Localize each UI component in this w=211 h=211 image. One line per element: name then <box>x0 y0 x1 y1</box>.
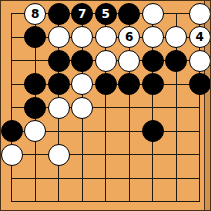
black-stone <box>142 73 164 95</box>
intersection-r4c6[interactable] <box>118 73 142 97</box>
intersection-r3c1[interactable] <box>0 49 24 73</box>
intersection-r3c2[interactable] <box>24 49 48 73</box>
intersection-r5c4[interactable] <box>71 96 95 120</box>
intersection-r2c2[interactable] <box>24 26 48 50</box>
black-stone <box>95 73 117 95</box>
intersection-r9c8[interactable] <box>165 190 189 211</box>
intersection-r4c8[interactable] <box>165 73 189 97</box>
black-stone-move-5: 5 <box>95 3 117 25</box>
white-stone <box>71 97 93 119</box>
black-stone <box>142 50 164 72</box>
intersection-r2c6[interactable]: 6 <box>118 26 142 50</box>
move-number-label: 6 <box>125 31 133 43</box>
intersection-r8c7[interactable] <box>141 167 165 191</box>
white-stone <box>142 26 164 48</box>
intersection-r4c3[interactable] <box>47 73 71 97</box>
intersection-r9c5[interactable] <box>94 190 118 211</box>
move-number-label: 4 <box>196 31 204 43</box>
white-stone <box>142 3 164 25</box>
intersection-r4c5[interactable] <box>94 73 118 97</box>
black-stone <box>165 50 187 72</box>
intersection-r2c4[interactable] <box>71 26 95 50</box>
intersection-r5c6[interactable] <box>118 96 142 120</box>
intersection-r3c8[interactable] <box>165 49 189 73</box>
white-stone <box>165 26 187 48</box>
intersection-r6c6[interactable] <box>118 120 142 144</box>
black-stone <box>24 97 46 119</box>
intersection-r4c1[interactable] <box>0 73 24 97</box>
intersection-r1c2[interactable]: 8 <box>24 2 48 26</box>
go-board: 87564 <box>0 0 211 211</box>
intersection-r7c3[interactable] <box>47 143 71 167</box>
intersection-r1c3[interactable] <box>47 2 71 26</box>
intersection-r1c8[interactable] <box>165 2 189 26</box>
intersection-r7c7[interactable] <box>141 143 165 167</box>
black-stone <box>48 3 70 25</box>
intersection-r8c6[interactable] <box>118 167 142 191</box>
intersection-r7c9[interactable] <box>188 143 211 167</box>
intersection-r7c8[interactable] <box>165 143 189 167</box>
white-stone <box>95 50 117 72</box>
intersection-r3c9[interactable] <box>188 49 211 73</box>
intersection-r6c1[interactable] <box>0 120 24 144</box>
intersection-r8c2[interactable] <box>24 167 48 191</box>
black-stone <box>24 73 46 95</box>
intersection-r6c3[interactable] <box>47 120 71 144</box>
intersection-r3c5[interactable] <box>94 49 118 73</box>
intersection-r9c9[interactable] <box>188 190 211 211</box>
intersection-r9c7[interactable] <box>141 190 165 211</box>
white-stone <box>48 97 70 119</box>
intersection-r7c6[interactable] <box>118 143 142 167</box>
intersection-r9c3[interactable] <box>47 190 71 211</box>
intersection-r8c4[interactable] <box>71 167 95 191</box>
black-stone <box>189 73 211 95</box>
intersection-r4c2[interactable] <box>24 73 48 97</box>
intersection-r7c1[interactable] <box>0 143 24 167</box>
intersection-r6c7[interactable] <box>141 120 165 144</box>
black-stone <box>118 3 140 25</box>
intersection-r6c5[interactable] <box>94 120 118 144</box>
intersection-r8c8[interactable] <box>165 167 189 191</box>
move-number-label: 8 <box>31 8 39 20</box>
intersection-r4c4[interactable] <box>71 73 95 97</box>
intersection-r5c7[interactable] <box>141 96 165 120</box>
intersection-r3c7[interactable] <box>141 49 165 73</box>
intersection-r6c8[interactable] <box>165 120 189 144</box>
white-stone <box>71 73 93 95</box>
intersection-r6c2[interactable] <box>24 120 48 144</box>
intersection-r4c9[interactable] <box>188 73 211 97</box>
intersection-r7c5[interactable] <box>94 143 118 167</box>
intersection-r1c4[interactable]: 7 <box>71 2 95 26</box>
intersection-r5c2[interactable] <box>24 96 48 120</box>
intersection-r2c9[interactable]: 4 <box>188 26 211 50</box>
intersection-r1c1[interactable] <box>0 2 24 26</box>
white-stone <box>1 144 23 166</box>
intersection-r2c8[interactable] <box>165 26 189 50</box>
white-stone <box>189 3 211 25</box>
white-stone <box>24 120 46 142</box>
intersection-r2c3[interactable] <box>47 26 71 50</box>
intersection-r2c5[interactable] <box>94 26 118 50</box>
white-stone <box>95 26 117 48</box>
intersection-r9c2[interactable] <box>24 190 48 211</box>
intersection-r5c9[interactable] <box>188 96 211 120</box>
white-stone-move-4: 4 <box>189 26 211 48</box>
intersection-r8c3[interactable] <box>47 167 71 191</box>
intersection-r7c2[interactable] <box>24 143 48 167</box>
intersection-r8c1[interactable] <box>0 167 24 191</box>
black-stone <box>1 120 23 142</box>
intersection-r9c1[interactable] <box>0 190 24 211</box>
intersection-r1c7[interactable] <box>141 2 165 26</box>
black-stone-move-7: 7 <box>71 3 93 25</box>
black-stone <box>118 73 140 95</box>
intersection-r5c5[interactable] <box>94 96 118 120</box>
intersection-r3c3[interactable] <box>47 49 71 73</box>
intersection-r2c7[interactable] <box>141 26 165 50</box>
white-stone-move-8: 8 <box>24 3 46 25</box>
intersection-r9c4[interactable] <box>71 190 95 211</box>
intersection-r9c6[interactable] <box>118 190 142 211</box>
intersection-r5c3[interactable] <box>47 96 71 120</box>
intersection-r8c9[interactable] <box>188 167 211 191</box>
intersection-r1c9[interactable] <box>188 2 211 26</box>
intersection-r1c5[interactable]: 5 <box>94 2 118 26</box>
black-stone <box>142 120 164 142</box>
black-stone <box>24 26 46 48</box>
intersection-r8c5[interactable] <box>94 167 118 191</box>
intersection-r2c1[interactable] <box>0 26 24 50</box>
black-stone <box>48 73 70 95</box>
white-stone <box>118 50 140 72</box>
white-stone-move-6: 6 <box>118 26 140 48</box>
white-stone <box>71 26 93 48</box>
white-stone <box>189 50 211 72</box>
intersection-r3c6[interactable] <box>118 49 142 73</box>
black-stone <box>48 50 70 72</box>
intersection-r6c9[interactable] <box>188 120 211 144</box>
intersection-r7c4[interactable] <box>71 143 95 167</box>
white-stone <box>48 26 70 48</box>
intersection-r5c8[interactable] <box>165 96 189 120</box>
board-cells: 87564 <box>0 2 211 211</box>
move-number-label: 5 <box>102 8 110 20</box>
white-stone <box>48 144 70 166</box>
intersection-r6c4[interactable] <box>71 120 95 144</box>
intersection-r5c1[interactable] <box>0 96 24 120</box>
intersection-r1c6[interactable] <box>118 2 142 26</box>
intersection-r3c4[interactable] <box>71 49 95 73</box>
move-number-label: 7 <box>78 8 86 20</box>
black-stone <box>71 50 93 72</box>
intersection-r4c7[interactable] <box>141 73 165 97</box>
